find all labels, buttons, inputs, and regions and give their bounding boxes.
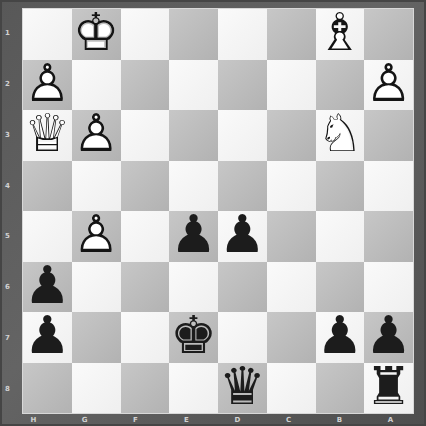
square-f7[interactable]: [121, 312, 170, 363]
rank-labels: 12345678: [0, 8, 15, 414]
square-d2[interactable]: [218, 60, 267, 111]
white-king[interactable]: ♚♔: [72, 9, 121, 60]
square-c8[interactable]: [267, 363, 316, 414]
square-a2[interactable]: ♟♙: [364, 60, 413, 111]
square-h3[interactable]: ♛♕: [23, 110, 72, 161]
black-pawn[interactable]: ♟: [23, 312, 72, 363]
square-g8[interactable]: [72, 363, 121, 414]
square-b5[interactable]: [316, 211, 365, 262]
square-e7[interactable]: ♚: [169, 312, 218, 363]
file-label-c: C: [263, 413, 314, 426]
square-h7[interactable]: ♟: [23, 312, 72, 363]
white-bishop[interactable]: ♝♗: [316, 9, 365, 60]
square-c4[interactable]: [267, 161, 316, 212]
rank-label-7: 7: [0, 313, 15, 364]
square-e5[interactable]: ♟: [169, 211, 218, 262]
square-f5[interactable]: [121, 211, 170, 262]
file-labels: HGFEDCBA: [8, 413, 416, 426]
black-queen[interactable]: ♛: [218, 363, 267, 414]
file-label-e: E: [161, 413, 212, 426]
file-label-g: G: [59, 413, 110, 426]
white-pawn[interactable]: ♟♙: [72, 211, 121, 262]
square-e8[interactable]: [169, 363, 218, 414]
rank-label-3: 3: [0, 110, 15, 161]
square-d1[interactable]: [218, 9, 267, 60]
chess-board-frame: 12345678 ♚♔♝♗♟♙♟♙♛♕♟♙♞♘♟♙♟♟♟♟♚♟♟♛♜ HGFED…: [0, 0, 426, 426]
rank-label-4: 4: [0, 160, 15, 211]
square-d6[interactable]: [218, 262, 267, 313]
black-rook[interactable]: ♜: [364, 363, 413, 414]
rank-label-2: 2: [0, 59, 15, 110]
square-f3[interactable]: [121, 110, 170, 161]
square-d3[interactable]: [218, 110, 267, 161]
square-a5[interactable]: [364, 211, 413, 262]
square-e3[interactable]: [169, 110, 218, 161]
square-h8[interactable]: [23, 363, 72, 414]
black-pawn[interactable]: ♟: [218, 211, 267, 262]
square-g5[interactable]: ♟♙: [72, 211, 121, 262]
square-a3[interactable]: [364, 110, 413, 161]
square-b1[interactable]: ♝♗: [316, 9, 365, 60]
square-f1[interactable]: [121, 9, 170, 60]
square-g1[interactable]: ♚♔: [72, 9, 121, 60]
rank-label-1: 1: [0, 8, 15, 59]
black-pawn[interactable]: ♟: [169, 211, 218, 262]
black-pawn[interactable]: ♟: [316, 312, 365, 363]
square-c7[interactable]: [267, 312, 316, 363]
square-f2[interactable]: [121, 60, 170, 111]
file-label-h: H: [8, 413, 59, 426]
square-f6[interactable]: [121, 262, 170, 313]
square-b4[interactable]: [316, 161, 365, 212]
square-d8[interactable]: ♛: [218, 363, 267, 414]
black-king[interactable]: ♚: [169, 312, 218, 363]
square-e2[interactable]: [169, 60, 218, 111]
square-g7[interactable]: [72, 312, 121, 363]
file-label-d: D: [212, 413, 263, 426]
chess-board[interactable]: ♚♔♝♗♟♙♟♙♛♕♟♙♞♘♟♙♟♟♟♟♚♟♟♛♜: [22, 8, 414, 414]
rank-label-8: 8: [0, 363, 15, 414]
square-g3[interactable]: ♟♙: [72, 110, 121, 161]
white-knight[interactable]: ♞♘: [316, 110, 365, 161]
square-f8[interactable]: [121, 363, 170, 414]
white-queen[interactable]: ♛♕: [23, 110, 72, 161]
square-c1[interactable]: [267, 9, 316, 60]
square-g6[interactable]: [72, 262, 121, 313]
square-b8[interactable]: [316, 363, 365, 414]
square-f4[interactable]: [121, 161, 170, 212]
square-d5[interactable]: ♟: [218, 211, 267, 262]
square-c3[interactable]: [267, 110, 316, 161]
square-c2[interactable]: [267, 60, 316, 111]
square-c6[interactable]: [267, 262, 316, 313]
rank-label-5: 5: [0, 211, 15, 262]
square-a4[interactable]: [364, 161, 413, 212]
square-a8[interactable]: ♜: [364, 363, 413, 414]
square-c5[interactable]: [267, 211, 316, 262]
rank-label-6: 6: [0, 262, 15, 313]
square-b3[interactable]: ♞♘: [316, 110, 365, 161]
square-e1[interactable]: [169, 9, 218, 60]
file-label-a: A: [365, 413, 416, 426]
file-label-b: B: [314, 413, 365, 426]
square-h4[interactable]: [23, 161, 72, 212]
white-pawn[interactable]: ♟♙: [72, 110, 121, 161]
square-b7[interactable]: ♟: [316, 312, 365, 363]
file-label-f: F: [110, 413, 161, 426]
white-pawn[interactable]: ♟♙: [364, 60, 413, 111]
